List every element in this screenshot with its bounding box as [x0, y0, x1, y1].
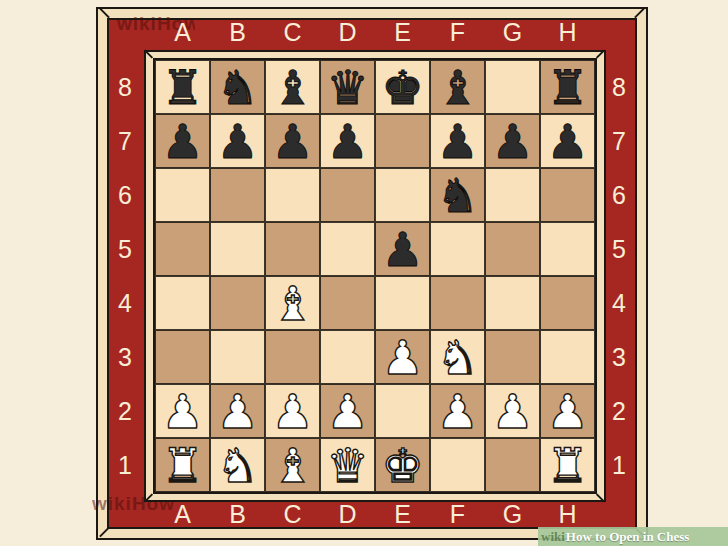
black-bishop[interactable]: ♝: [271, 64, 313, 111]
square-a7[interactable]: ♟: [155, 114, 210, 168]
rank-label-2-left: 2: [106, 384, 144, 438]
file-label-h-bottom: H: [540, 498, 595, 530]
rank-label-3-left: 3: [106, 330, 144, 384]
file-label-c-top: C: [265, 16, 320, 48]
rank-label-8-left: 8: [106, 60, 144, 114]
white-pawn[interactable]: ♟: [546, 388, 588, 435]
square-a5[interactable]: [155, 222, 210, 276]
white-rook[interactable]: ♜: [161, 442, 203, 489]
square-a1[interactable]: ♜: [155, 438, 210, 492]
square-d8[interactable]: ♛: [320, 60, 375, 114]
file-label-d-bottom: D: [320, 498, 375, 530]
file-label-a-top: A: [155, 16, 210, 48]
rank-label-4-left: 4: [106, 276, 144, 330]
square-f5[interactable]: [430, 222, 485, 276]
white-pawn[interactable]: ♟: [271, 388, 313, 435]
square-c5[interactable]: [265, 222, 320, 276]
white-pawn[interactable]: ♟: [436, 388, 478, 435]
square-h4[interactable]: [540, 276, 595, 330]
black-pawn[interactable]: ♟: [271, 118, 313, 165]
black-pawn[interactable]: ♟: [161, 118, 203, 165]
square-g7[interactable]: ♟: [485, 114, 540, 168]
square-a4[interactable]: [155, 276, 210, 330]
square-g4[interactable]: [485, 276, 540, 330]
square-e2[interactable]: [375, 384, 430, 438]
square-d4[interactable]: [320, 276, 375, 330]
file-label-g-top: G: [485, 16, 540, 48]
square-d1[interactable]: ♛: [320, 438, 375, 492]
square-e1[interactable]: ♚: [375, 438, 430, 492]
square-f6[interactable]: ♞: [430, 168, 485, 222]
black-pawn[interactable]: ♟: [216, 118, 258, 165]
square-b4[interactable]: [210, 276, 265, 330]
black-rook[interactable]: ♜: [546, 64, 588, 111]
square-a3[interactable]: [155, 330, 210, 384]
square-h3[interactable]: [540, 330, 595, 384]
square-e7[interactable]: [375, 114, 430, 168]
square-b5[interactable]: [210, 222, 265, 276]
square-f4[interactable]: [430, 276, 485, 330]
square-c2[interactable]: ♟: [265, 384, 320, 438]
rank-label-6-left: 6: [106, 168, 144, 222]
square-a6[interactable]: [155, 168, 210, 222]
file-label-f-top: F: [430, 16, 485, 48]
black-knight[interactable]: ♞: [436, 172, 478, 219]
square-g6[interactable]: [485, 168, 540, 222]
file-label-b-top: B: [210, 16, 265, 48]
black-pawn[interactable]: ♟: [326, 118, 368, 165]
wikihow-logo-wiki: wiki: [541, 527, 565, 546]
file-label-h-top: H: [540, 16, 595, 48]
square-b6[interactable]: [210, 168, 265, 222]
square-c4[interactable]: ♝: [265, 276, 320, 330]
white-knight[interactable]: ♞: [216, 442, 258, 489]
square-a2[interactable]: ♟: [155, 384, 210, 438]
white-king[interactable]: ♚: [381, 442, 423, 489]
square-h5[interactable]: [540, 222, 595, 276]
square-e3[interactable]: ♟: [375, 330, 430, 384]
file-label-d-top: D: [320, 16, 375, 48]
square-g2[interactable]: ♟: [485, 384, 540, 438]
file-label-g-bottom: G: [485, 498, 540, 530]
square-c1[interactable]: ♝: [265, 438, 320, 492]
rank-labels-left: 87654321: [106, 60, 144, 492]
square-g5[interactable]: [485, 222, 540, 276]
square-e8[interactable]: ♚: [375, 60, 430, 114]
file-label-e-bottom: E: [375, 498, 430, 530]
white-pawn[interactable]: ♟: [326, 388, 368, 435]
square-b8[interactable]: ♞: [210, 60, 265, 114]
square-h7[interactable]: ♟: [540, 114, 595, 168]
file-label-f-bottom: F: [430, 498, 485, 530]
square-c7[interactable]: ♟: [265, 114, 320, 168]
file-label-a-bottom: A: [155, 498, 210, 530]
page: wikiHow wikiHow ABCDEFGH ABCDEFGH 876543…: [0, 0, 728, 546]
square-b7[interactable]: ♟: [210, 114, 265, 168]
square-d3[interactable]: [320, 330, 375, 384]
square-f7[interactable]: ♟: [430, 114, 485, 168]
white-pawn[interactable]: ♟: [381, 334, 423, 381]
square-f3[interactable]: ♞: [430, 330, 485, 384]
square-f2[interactable]: ♟: [430, 384, 485, 438]
white-rook[interactable]: ♜: [546, 442, 588, 489]
square-a8[interactable]: ♜: [155, 60, 210, 114]
file-label-e-top: E: [375, 16, 430, 48]
square-d7[interactable]: ♟: [320, 114, 375, 168]
black-pawn[interactable]: ♟: [436, 118, 478, 165]
square-e4[interactable]: [375, 276, 430, 330]
rank-label-5-left: 5: [106, 222, 144, 276]
white-knight[interactable]: ♞: [436, 334, 478, 381]
square-e5[interactable]: ♟: [375, 222, 430, 276]
square-b2[interactable]: ♟: [210, 384, 265, 438]
square-e6[interactable]: [375, 168, 430, 222]
square-f8[interactable]: ♝: [430, 60, 485, 114]
black-pawn[interactable]: ♟: [381, 226, 423, 273]
wikihow-title: How to Open in Chess: [566, 527, 690, 546]
white-bishop[interactable]: ♝: [271, 442, 313, 489]
square-c8[interactable]: ♝: [265, 60, 320, 114]
square-c6[interactable]: [265, 168, 320, 222]
black-knight[interactable]: ♞: [216, 64, 258, 111]
white-bishop[interactable]: ♝: [271, 280, 313, 327]
white-pawn[interactable]: ♟: [216, 388, 258, 435]
black-king[interactable]: ♚: [381, 64, 423, 111]
rank-label-1-left: 1: [106, 438, 144, 492]
square-g8[interactable]: [485, 60, 540, 114]
square-c3[interactable]: [265, 330, 320, 384]
black-rook[interactable]: ♜: [161, 64, 203, 111]
black-bishop[interactable]: ♝: [436, 64, 478, 111]
wikihow-watermark: wiki How to Open in Chess: [538, 527, 728, 546]
square-g3[interactable]: [485, 330, 540, 384]
square-d5[interactable]: [320, 222, 375, 276]
board: ♜♞♝♛♚♝♜♟♟♟♟♟♟♟♞♟♝♟♞♟♟♟♟♟♟♟♜♞♝♛♚♜: [153, 58, 597, 494]
square-g1[interactable]: [485, 438, 540, 492]
square-h2[interactable]: ♟: [540, 384, 595, 438]
square-h1[interactable]: ♜: [540, 438, 595, 492]
rank-label-7-left: 7: [106, 114, 144, 168]
file-label-b-bottom: B: [210, 498, 265, 530]
file-labels-bottom: ABCDEFGH: [155, 498, 595, 530]
square-h6[interactable]: [540, 168, 595, 222]
file-labels-top: ABCDEFGH: [155, 16, 595, 48]
square-d2[interactable]: ♟: [320, 384, 375, 438]
white-queen[interactable]: ♛: [326, 442, 368, 489]
black-pawn[interactable]: ♟: [546, 118, 588, 165]
white-pawn[interactable]: ♟: [491, 388, 533, 435]
square-h8[interactable]: ♜: [540, 60, 595, 114]
white-pawn[interactable]: ♟: [161, 388, 203, 435]
square-f1[interactable]: [430, 438, 485, 492]
square-d6[interactable]: [320, 168, 375, 222]
file-label-c-bottom: C: [265, 498, 320, 530]
square-b3[interactable]: [210, 330, 265, 384]
black-pawn[interactable]: ♟: [491, 118, 533, 165]
square-b1[interactable]: ♞: [210, 438, 265, 492]
black-queen[interactable]: ♛: [326, 64, 368, 111]
